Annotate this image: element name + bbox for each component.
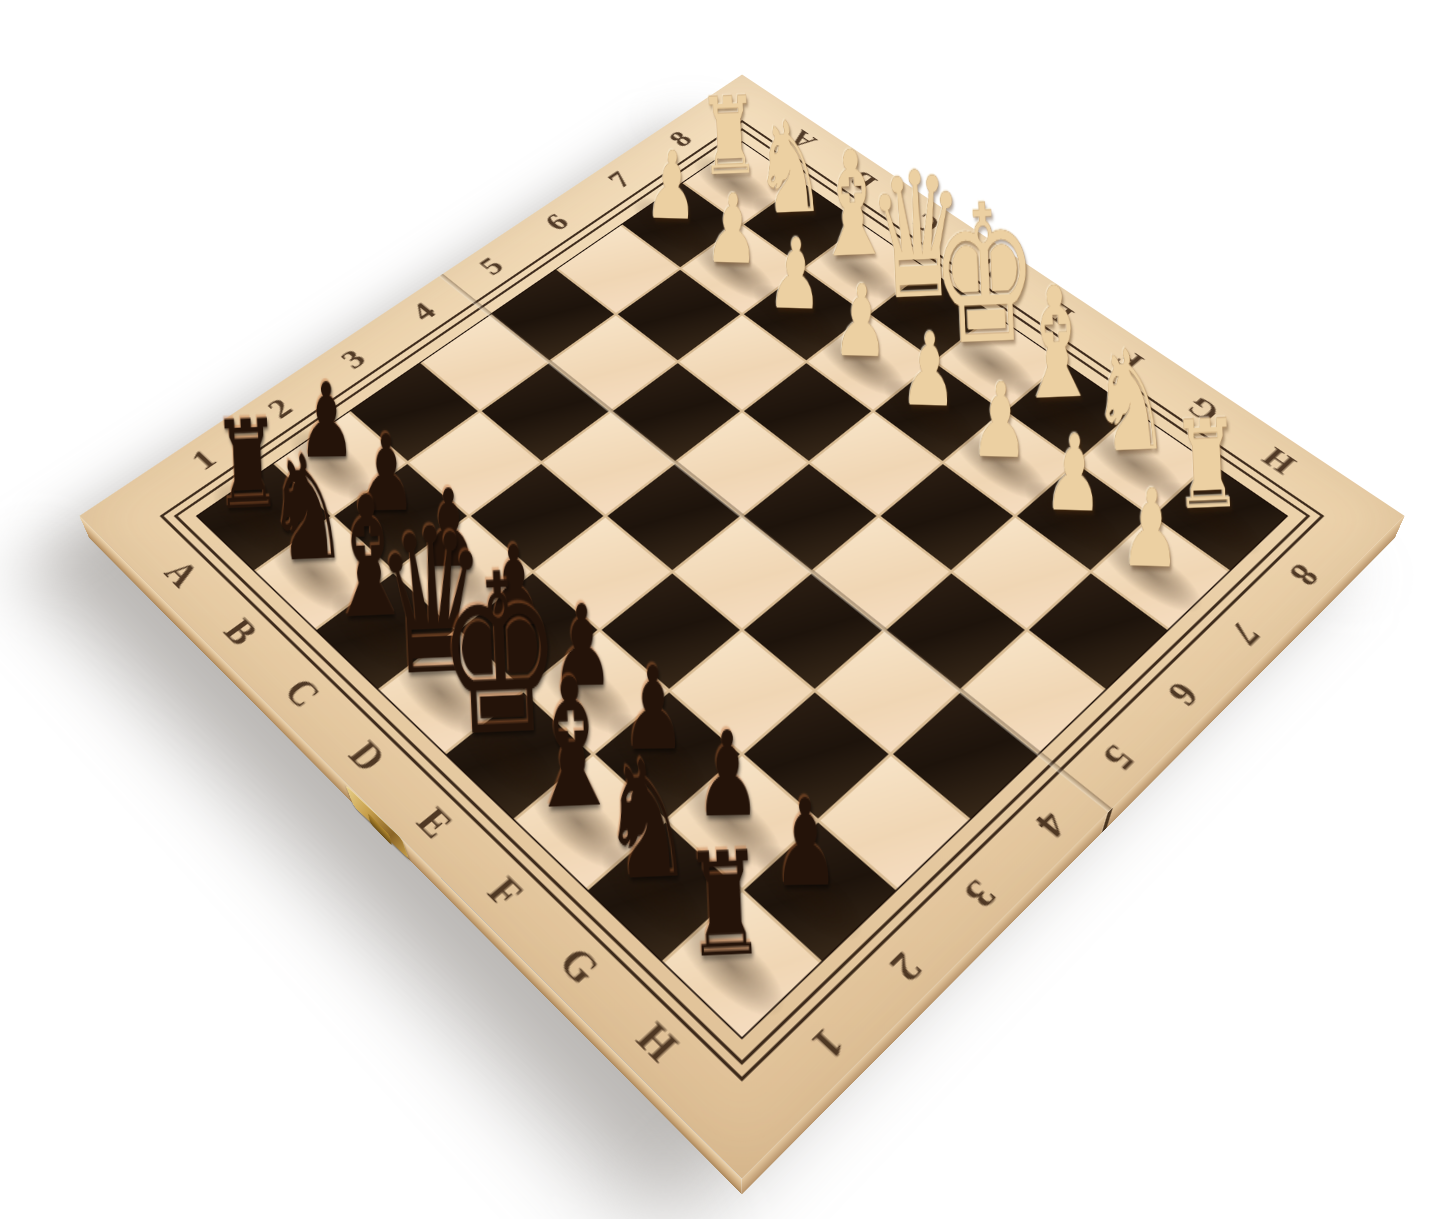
square-h5[interactable]: [962, 632, 1103, 753]
rank-label-8: 8: [1249, 533, 1358, 617]
square-h6[interactable]: [1029, 573, 1167, 688]
square-g6[interactable]: [953, 518, 1088, 629]
rank-label-2: 2: [846, 912, 966, 1022]
square-g5[interactable]: [887, 573, 1025, 688]
rank-label-7: 7: [1189, 589, 1300, 677]
scene: ABCDEFGH ABCDEFGH 87654321 87654321 ♜♞♝♛…: [0, 0, 1456, 1219]
square-f5[interactable]: [814, 518, 949, 629]
rank-label-4: 4: [993, 774, 1109, 874]
piece-white-pawn-h7[interactable]: ♟: [1077, 472, 1224, 584]
square-h4[interactable]: [893, 692, 1037, 818]
piece-black-rook-h1[interactable]: ♜: [639, 829, 810, 979]
board-top-face: ABCDEFGH ABCDEFGH 87654321 87654321: [79, 75, 1404, 1180]
square-f4[interactable]: [744, 573, 882, 688]
rank-label-3: 3: [921, 842, 1039, 947]
rank-label-5: 5: [1061, 710, 1175, 806]
square-e4[interactable]: [674, 518, 809, 629]
rank-label-1: 1: [767, 986, 889, 1102]
square-g4[interactable]: [817, 632, 958, 753]
rank-label-6: 6: [1127, 648, 1239, 739]
photo-stage: ABCDEFGH ABCDEFGH 87654321 87654321 ♜♞♝♛…: [0, 0, 1456, 1219]
chess-board: ABCDEFGH ABCDEFGH 87654321 87654321 ♜♞♝♛…: [79, 75, 1404, 1180]
